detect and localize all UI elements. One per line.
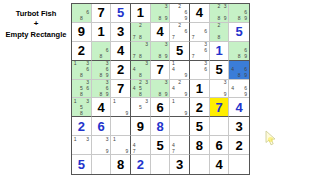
candidates-r7c6 — [170, 117, 189, 135]
cell-r9c6[interactable]: 3 — [170, 155, 190, 174]
candidates-r8c3: 19 — [111, 136, 130, 154]
given-digit: 4 — [151, 23, 170, 41]
given-digit: 2 — [190, 98, 209, 116]
given-digit: 5 — [210, 61, 229, 79]
solved-digit: 5 — [72, 155, 91, 174]
cell-r5c2[interactable]: 3689 — [92, 80, 112, 99]
candidates-r8c4: 47 — [131, 136, 150, 154]
given-digit: 7 — [92, 4, 111, 22]
given-digit: 4 — [92, 98, 111, 116]
cell-r6c8[interactable]: 7 — [210, 98, 230, 117]
given-digit: 6 — [210, 136, 229, 154]
cell-r2c5[interactable]: 4 — [151, 23, 171, 42]
sudoku-board[interactable]: 6875138926942389689913278426767285268437… — [71, 3, 250, 175]
cell-r9c2[interactable] — [92, 155, 112, 174]
cell-r7c4[interactable]: 9 — [131, 117, 151, 136]
cell-r6c1[interactable]: 1358 — [72, 98, 92, 117]
candidates-r8c2: 39 — [92, 136, 111, 154]
cell-r7c1[interactable]: 2 — [72, 117, 92, 136]
cell-r1c5[interactable]: 389 — [151, 4, 171, 23]
candidates-r1c9: 689 — [229, 4, 249, 22]
cell-r3c6[interactable]: 5 — [170, 42, 190, 61]
cell-r7c8[interactable] — [210, 117, 230, 136]
candidates-r1c1: 68 — [72, 4, 91, 22]
candidates-r3c2: 68 — [92, 42, 111, 60]
technique-title: Turbot Fish + Empty Rectangle — [0, 9, 72, 39]
candidates-r6c6: 19 — [170, 98, 189, 116]
cell-r6c6[interactable]: 19 — [170, 98, 190, 117]
cell-r1c7[interactable]: 4 — [190, 4, 210, 23]
given-digit: 5 — [190, 117, 209, 135]
candidates-r4c6: 149 — [170, 61, 189, 79]
cell-r4c2[interactable]: 3689 — [92, 61, 112, 80]
cell-r3c2[interactable]: 68 — [92, 42, 112, 61]
candidates-r3c5: 389 — [151, 42, 170, 60]
candidates-r2c8: 28 — [210, 23, 229, 41]
solved-digit: 6 — [92, 117, 111, 135]
cell-r5c7[interactable]: 1 — [190, 80, 210, 99]
cell-r6c7[interactable]: 2 — [190, 98, 210, 117]
cell-r8c9[interactable]: 2 — [229, 136, 249, 155]
cell-r1c3[interactable]: 5 — [111, 4, 131, 23]
cell-r1c2[interactable]: 7 — [92, 4, 112, 23]
given-digit: 2 — [229, 136, 249, 154]
cell-r5c5[interactable]: 389 — [151, 80, 171, 99]
candidates-r1c5: 389 — [151, 4, 170, 22]
given-digit: 2 — [111, 61, 130, 79]
cell-r9c4[interactable]: 2 — [131, 155, 151, 174]
given-digit: 6 — [151, 98, 170, 116]
cell-r6c4[interactable]: 35 — [131, 98, 151, 117]
candidates-r5c2: 3689 — [92, 80, 111, 98]
cell-r1c4[interactable]: 1 — [131, 4, 151, 23]
cell-r4c8[interactable]: 5 — [210, 61, 230, 80]
cell-r4c3[interactable]: 2 — [111, 61, 131, 80]
cell-r8c7[interactable]: 8 — [190, 136, 210, 155]
cell-r5c8[interactable]: 39 — [210, 80, 230, 99]
solved-digit: 5 — [111, 4, 130, 22]
given-digit: 4 — [111, 42, 130, 60]
cell-r3c8[interactable]: 1 — [210, 42, 230, 61]
cell-r2c1[interactable]: 9 — [72, 23, 92, 42]
candidates-r4c7: 36 — [190, 61, 209, 79]
cell-r3c3[interactable]: 4 — [111, 42, 131, 61]
cell-r2c9[interactable]: 5 — [229, 23, 249, 42]
cell-r6c3[interactable]: 19 — [111, 98, 131, 117]
solved-digit — [229, 155, 249, 174]
candidates-r5c9: 469 — [229, 80, 249, 98]
cell-r5c6[interactable]: 249 — [170, 80, 190, 99]
solved-digit: 1 — [210, 42, 229, 60]
given-digit: 9 — [131, 117, 150, 135]
cell-r2c8[interactable]: 28 — [210, 23, 230, 42]
cell-r1c1[interactable]: 68 — [72, 4, 92, 23]
candidates-r5c6: 249 — [170, 80, 189, 98]
candidates-r5c5: 389 — [151, 80, 170, 98]
candidates-r6c1: 1358 — [72, 98, 91, 116]
solved-digit: 4 — [229, 98, 249, 116]
candidates-r4c2: 3689 — [92, 61, 111, 79]
cell-r5c1[interactable]: 3568 — [72, 80, 92, 99]
cell-r8c8[interactable]: 6 — [210, 136, 230, 155]
given-digit: 4 — [190, 4, 209, 22]
candidates-r8c6: 47 — [170, 136, 189, 154]
candidates-r4c9: 4689 — [229, 61, 249, 79]
given-digit: 1 — [131, 4, 150, 22]
given-digit: 4 — [210, 155, 229, 174]
candidates-r5c8: 39 — [210, 80, 229, 98]
cell-r4c9[interactable]: 4689 — [229, 61, 249, 80]
cell-r6c9[interactable]: 4 — [229, 98, 249, 117]
cell-r2c4[interactable]: 278 — [131, 23, 151, 42]
candidates-r3c4: 378 — [131, 42, 150, 60]
cell-r3c1[interactable]: 2 — [72, 42, 92, 61]
candidates-r5c4: 23458 — [131, 80, 150, 98]
candidates-r6c3: 19 — [111, 98, 130, 116]
cell-r8c2[interactable]: 39 — [92, 136, 112, 155]
cell-r9c3[interactable]: 8 — [111, 155, 131, 174]
cell-r8c6[interactable]: 47 — [170, 136, 190, 155]
screenshot-root: Turbot Fish + Empty Rectangle 6875138926… — [0, 0, 320, 180]
candidates-r1c8: 2389 — [210, 4, 229, 22]
candidates-r3c9: 689 — [229, 42, 249, 60]
cell-r9c7[interactable] — [190, 155, 210, 174]
cell-r8c5[interactable]: 5 — [151, 136, 171, 155]
candidates-r4c4: 348 — [131, 61, 150, 79]
cell-r9c1[interactable]: 5 — [72, 155, 92, 174]
candidates-r7c3 — [111, 117, 130, 135]
candidates-r2c7: 67 — [190, 23, 209, 41]
candidates-r9c5 — [151, 155, 170, 174]
cell-r8c3[interactable]: 19 — [111, 136, 131, 155]
solved-digit: 7 — [210, 98, 229, 116]
cell-r7c6[interactable] — [170, 117, 190, 136]
candidates-r9c7 — [190, 155, 209, 174]
cell-r3c9[interactable]: 689 — [229, 42, 249, 61]
cell-r2c2[interactable]: 1 — [92, 23, 112, 42]
given-digit: 7 — [111, 80, 130, 98]
cell-r8c1[interactable]: 13 — [72, 136, 92, 155]
cell-r1c8[interactable]: 2389 — [210, 4, 230, 23]
cell-r5c3[interactable]: 7 — [111, 80, 131, 99]
candidates-r5c1: 3568 — [72, 80, 91, 98]
given-digit: 3 — [170, 155, 189, 174]
candidates-r4c1: 1368 — [72, 61, 91, 79]
solved-digit: 2 — [131, 155, 150, 174]
candidates-r2c4: 278 — [131, 23, 150, 41]
cell-r7c9[interactable]: 3 — [229, 117, 249, 136]
solved-digit: 8 — [151, 117, 170, 135]
cell-r3c4[interactable]: 378 — [131, 42, 151, 61]
cell-r7c3[interactable] — [111, 117, 131, 136]
technique-line2: Empty Rectangle — [0, 30, 72, 39]
cell-r4c1[interactable]: 1368 — [72, 61, 92, 80]
given-digit: 9 — [72, 23, 91, 41]
candidates-r7c8 — [210, 117, 229, 135]
given-digit: 8 — [190, 136, 209, 154]
cell-r5c4[interactable]: 23458 — [131, 80, 151, 99]
candidates-r9c2 — [92, 155, 111, 174]
given-digit: 1 — [190, 80, 209, 98]
cell-r5c9[interactable]: 469 — [229, 80, 249, 99]
given-digit: 1 — [92, 23, 111, 41]
cell-r1c9[interactable]: 689 — [229, 4, 249, 23]
cell-r7c7[interactable]: 5 — [190, 117, 210, 136]
mouse-cursor-icon — [263, 130, 278, 147]
cell-r3c5[interactable]: 389 — [151, 42, 171, 61]
cell-r6c2[interactable]: 4 — [92, 98, 112, 117]
candidates-r1c6: 269 — [170, 4, 189, 22]
cell-r9c8[interactable]: 4 — [210, 155, 230, 174]
given-digit: 8 — [111, 155, 130, 174]
given-digit: 7 — [151, 61, 170, 79]
given-digit: 3 — [229, 117, 249, 135]
plus-separator: + — [0, 18, 72, 30]
given-digit: 2 — [72, 42, 91, 60]
cell-r6c5[interactable]: 6 — [151, 98, 171, 117]
cell-r4c6[interactable]: 149 — [170, 61, 190, 80]
cell-r9c5[interactable] — [151, 155, 171, 174]
solved-digit: 2 — [72, 117, 91, 135]
cell-r7c5[interactable]: 8 — [151, 117, 171, 136]
candidates-r8c1: 13 — [72, 136, 91, 154]
cell-r9c9[interactable] — [229, 155, 249, 174]
candidates-r2c6: 267 — [170, 23, 189, 41]
candidates-r6c4: 35 — [131, 98, 150, 116]
cell-r4c4[interactable]: 348 — [131, 61, 151, 80]
cell-r4c5[interactable]: 7 — [151, 61, 171, 80]
cell-r1c6[interactable]: 269 — [170, 4, 190, 23]
cell-r2c6[interactable]: 267 — [170, 23, 190, 42]
cell-r2c3[interactable]: 3 — [111, 23, 131, 42]
cell-r8c4[interactable]: 47 — [131, 136, 151, 155]
cell-r4c7[interactable]: 36 — [190, 61, 210, 80]
given-digit: 5 — [170, 42, 189, 60]
cell-r2c7[interactable]: 67 — [190, 23, 210, 42]
given-digit: 5 — [151, 136, 170, 154]
technique-line1: Turbot Fish — [0, 9, 72, 18]
cell-r3c7[interactable]: 367 — [190, 42, 210, 61]
solved-digit: 5 — [229, 23, 249, 41]
given-digit: 3 — [111, 23, 130, 41]
cell-r7c2[interactable]: 6 — [92, 117, 112, 136]
candidates-r3c7: 367 — [190, 42, 209, 60]
